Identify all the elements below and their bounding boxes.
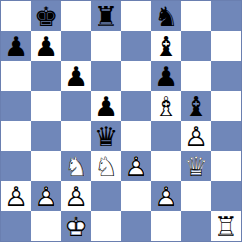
square-g8[interactable] — [181, 1, 211, 31]
square-c6[interactable]: ♟ — [61, 61, 91, 91]
square-h7[interactable] — [211, 31, 241, 61]
square-a8[interactable] — [1, 1, 31, 31]
black-king[interactable]: ♚ — [31, 1, 61, 31]
piece-glyph: ♛ — [91, 121, 121, 151]
square-b2[interactable]: ♟♙ — [31, 181, 61, 211]
square-e2[interactable] — [121, 181, 151, 211]
white-pawn[interactable]: ♟♙ — [181, 121, 211, 151]
white-pawn[interactable]: ♟♙ — [31, 181, 61, 211]
piece-glyph: ♟ — [151, 61, 181, 91]
black-pawn[interactable]: ♟ — [91, 91, 121, 121]
black-bishop[interactable]: ♝ — [151, 31, 181, 61]
black-pawn[interactable]: ♟ — [31, 31, 61, 61]
chess-board: ♚♜♞♟♟♝♟♟♟♝♗♝♛♟♙♞♘♞♘♟♙♛♕♟♙♟♙♟♙♟♙♚♔♜♖ — [0, 0, 242, 242]
white-knight[interactable]: ♞♘ — [91, 151, 121, 181]
square-e3[interactable]: ♟♙ — [121, 151, 151, 181]
piece-outline-glyph: ♕ — [181, 151, 211, 181]
square-a2[interactable]: ♟♙ — [1, 181, 31, 211]
white-bishop[interactable]: ♝♗ — [151, 91, 181, 121]
piece-outline-glyph: ♙ — [151, 181, 181, 211]
black-pawn[interactable]: ♟ — [151, 61, 181, 91]
square-c2[interactable]: ♟♙ — [61, 181, 91, 211]
piece-glyph: ♟ — [31, 31, 61, 61]
square-b8[interactable]: ♚ — [31, 1, 61, 31]
black-pawn[interactable]: ♟ — [1, 31, 31, 61]
square-c3[interactable]: ♞♘ — [61, 151, 91, 181]
square-d5[interactable]: ♟ — [91, 91, 121, 121]
square-f7[interactable]: ♝ — [151, 31, 181, 61]
square-f3[interactable] — [151, 151, 181, 181]
square-h5[interactable] — [211, 91, 241, 121]
piece-outline-glyph: ♙ — [1, 181, 31, 211]
white-pawn[interactable]: ♟♙ — [151, 181, 181, 211]
square-h1[interactable]: ♜♖ — [211, 211, 241, 241]
square-d7[interactable] — [91, 31, 121, 61]
piece-outline-glyph: ♙ — [31, 181, 61, 211]
piece-glyph: ♟ — [1, 31, 31, 61]
piece-outline-glyph: ♗ — [151, 91, 181, 121]
piece-glyph: ♚ — [31, 1, 61, 31]
white-queen[interactable]: ♛♕ — [181, 151, 211, 181]
square-f1[interactable] — [151, 211, 181, 241]
piece-glyph: ♜ — [91, 1, 121, 31]
black-knight[interactable]: ♞ — [151, 1, 181, 31]
square-b5[interactable] — [31, 91, 61, 121]
piece-outline-glyph: ♔ — [61, 211, 91, 241]
square-f5[interactable]: ♝♗ — [151, 91, 181, 121]
square-e7[interactable] — [121, 31, 151, 61]
square-a5[interactable] — [1, 91, 31, 121]
square-f4[interactable] — [151, 121, 181, 151]
square-c1[interactable]: ♚♔ — [61, 211, 91, 241]
square-h8[interactable] — [211, 1, 241, 31]
piece-glyph: ♟ — [61, 61, 91, 91]
square-d1[interactable] — [91, 211, 121, 241]
square-g7[interactable] — [181, 31, 211, 61]
square-d4[interactable]: ♛ — [91, 121, 121, 151]
square-c8[interactable] — [61, 1, 91, 31]
piece-outline-glyph: ♙ — [181, 121, 211, 151]
square-f2[interactable]: ♟♙ — [151, 181, 181, 211]
square-a3[interactable] — [1, 151, 31, 181]
square-e8[interactable] — [121, 1, 151, 31]
square-g1[interactable] — [181, 211, 211, 241]
white-knight[interactable]: ♞♘ — [61, 151, 91, 181]
piece-glyph: ♝ — [151, 31, 181, 61]
square-g3[interactable]: ♛♕ — [181, 151, 211, 181]
black-queen[interactable]: ♛ — [91, 121, 121, 151]
black-pawn[interactable]: ♟ — [61, 61, 91, 91]
square-h2[interactable] — [211, 181, 241, 211]
piece-outline-glyph: ♙ — [61, 181, 91, 211]
square-b1[interactable] — [31, 211, 61, 241]
square-f6[interactable]: ♟ — [151, 61, 181, 91]
piece-outline-glyph: ♙ — [121, 151, 151, 181]
square-c5[interactable] — [61, 91, 91, 121]
square-d3[interactable]: ♞♘ — [91, 151, 121, 181]
square-e5[interactable] — [121, 91, 151, 121]
square-c4[interactable] — [61, 121, 91, 151]
square-e4[interactable] — [121, 121, 151, 151]
square-b4[interactable] — [31, 121, 61, 151]
square-g2[interactable] — [181, 181, 211, 211]
square-d6[interactable] — [91, 61, 121, 91]
piece-glyph: ♝ — [181, 91, 211, 121]
square-h3[interactable] — [211, 151, 241, 181]
square-e1[interactable] — [121, 211, 151, 241]
square-e6[interactable] — [121, 61, 151, 91]
square-h4[interactable] — [211, 121, 241, 151]
piece-glyph: ♟ — [91, 91, 121, 121]
square-a7[interactable]: ♟ — [1, 31, 31, 61]
black-rook[interactable]: ♜ — [91, 1, 121, 31]
piece-outline-glyph: ♖ — [211, 211, 241, 241]
square-d2[interactable] — [91, 181, 121, 211]
square-a1[interactable] — [1, 211, 31, 241]
piece-outline-glyph: ♘ — [61, 151, 91, 181]
square-a6[interactable] — [1, 61, 31, 91]
square-g5[interactable]: ♝ — [181, 91, 211, 121]
square-c7[interactable] — [61, 31, 91, 61]
white-pawn[interactable]: ♟♙ — [61, 181, 91, 211]
square-g6[interactable] — [181, 61, 211, 91]
square-b6[interactable] — [31, 61, 61, 91]
white-rook[interactable]: ♜♖ — [211, 211, 241, 241]
square-b3[interactable] — [31, 151, 61, 181]
piece-glyph: ♞ — [151, 1, 181, 31]
white-king[interactable]: ♚♔ — [61, 211, 91, 241]
white-pawn[interactable]: ♟♙ — [121, 151, 151, 181]
square-g4[interactable]: ♟♙ — [181, 121, 211, 151]
white-pawn[interactable]: ♟♙ — [1, 181, 31, 211]
square-h6[interactable] — [211, 61, 241, 91]
black-bishop[interactable]: ♝ — [181, 91, 211, 121]
square-d8[interactable]: ♜ — [91, 1, 121, 31]
square-f8[interactable]: ♞ — [151, 1, 181, 31]
piece-outline-glyph: ♘ — [91, 151, 121, 181]
square-a4[interactable] — [1, 121, 31, 151]
square-b7[interactable]: ♟ — [31, 31, 61, 61]
